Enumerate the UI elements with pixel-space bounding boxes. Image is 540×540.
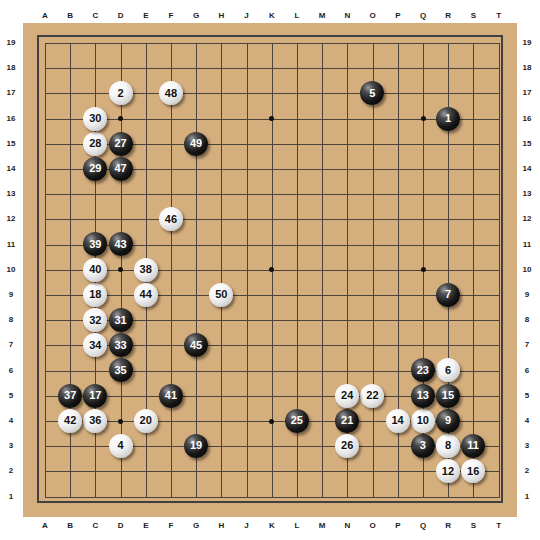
col-label-top: D — [111, 11, 131, 21]
stone-white[interactable]: 38 — [134, 258, 158, 282]
stone-black[interactable]: 15 — [436, 384, 460, 408]
row-label-right: 3 — [517, 441, 537, 451]
row-label-right: 14 — [517, 164, 537, 174]
row-label-right: 19 — [517, 38, 537, 48]
col-label-top: N — [337, 11, 357, 21]
row-label-left: 12 — [1, 214, 21, 224]
col-label-top: M — [312, 11, 332, 21]
row-label-left: 10 — [1, 265, 21, 275]
stone-white[interactable]: 20 — [134, 409, 158, 433]
stones-layer: 1234567891011121314151617181920212223242… — [32, 30, 511, 509]
stone-white[interactable]: 6 — [436, 358, 460, 382]
stone-white[interactable]: 14 — [386, 409, 410, 433]
col-label-bottom: C — [85, 521, 105, 531]
row-label-right: 11 — [517, 240, 537, 250]
col-label-top: B — [60, 11, 80, 21]
stone-white[interactable]: 4 — [109, 434, 133, 458]
stone-black[interactable]: 25 — [285, 409, 309, 433]
col-label-bottom: F — [161, 521, 181, 531]
row-label-left: 11 — [1, 240, 21, 250]
row-label-right: 17 — [517, 88, 537, 98]
col-label-bottom: Q — [413, 521, 433, 531]
stone-black[interactable]: 13 — [411, 384, 435, 408]
row-label-right: 2 — [517, 466, 537, 476]
stone-black[interactable]: 29 — [83, 157, 107, 181]
stone-black[interactable]: 35 — [109, 358, 133, 382]
col-label-top: F — [161, 11, 181, 21]
stone-black[interactable]: 41 — [159, 384, 183, 408]
stone-white[interactable]: 42 — [58, 409, 82, 433]
col-label-bottom: T — [489, 521, 509, 531]
col-label-bottom: A — [35, 521, 55, 531]
stone-black[interactable]: 43 — [109, 232, 133, 256]
row-label-right: 9 — [517, 290, 537, 300]
row-label-right: 18 — [517, 63, 537, 73]
stone-black[interactable]: 23 — [411, 358, 435, 382]
row-label-left: 9 — [1, 290, 21, 300]
stone-white[interactable]: 30 — [83, 107, 107, 131]
row-label-left: 8 — [1, 315, 21, 325]
stone-black[interactable]: 27 — [109, 132, 133, 156]
row-label-left: 18 — [1, 63, 21, 73]
stone-black[interactable]: 11 — [461, 434, 485, 458]
col-label-top: A — [35, 11, 55, 21]
col-label-bottom: L — [287, 521, 307, 531]
stone-black[interactable]: 5 — [360, 81, 384, 105]
row-label-left: 2 — [1, 466, 21, 476]
col-label-bottom: O — [363, 521, 383, 531]
stone-black[interactable]: 33 — [109, 333, 133, 357]
col-label-bottom: S — [463, 521, 483, 531]
stone-black[interactable]: 31 — [109, 308, 133, 332]
stone-white[interactable]: 28 — [83, 132, 107, 156]
row-label-right: 13 — [517, 189, 537, 199]
stone-black[interactable]: 17 — [83, 384, 107, 408]
stone-white[interactable]: 32 — [83, 308, 107, 332]
stone-white[interactable]: 36 — [83, 409, 107, 433]
stone-white[interactable]: 44 — [134, 283, 158, 307]
col-label-top: Q — [413, 11, 433, 21]
col-label-bottom: H — [211, 521, 231, 531]
stone-black[interactable]: 49 — [184, 132, 208, 156]
stone-white[interactable]: 12 — [436, 459, 460, 483]
row-label-right: 10 — [517, 265, 537, 275]
col-label-top: C — [85, 11, 105, 21]
row-label-left: 15 — [1, 139, 21, 149]
stone-black[interactable]: 1 — [436, 107, 460, 131]
row-label-right: 15 — [517, 139, 537, 149]
row-label-right: 1 — [517, 492, 537, 502]
col-label-top: O — [363, 11, 383, 21]
col-label-top: H — [211, 11, 231, 21]
row-label-right: 7 — [517, 340, 537, 350]
row-label-left: 5 — [1, 391, 21, 401]
stone-white[interactable]: 26 — [335, 434, 359, 458]
stone-white[interactable]: 8 — [436, 434, 460, 458]
col-label-top: G — [186, 11, 206, 21]
row-label-right: 5 — [517, 391, 537, 401]
col-label-bottom: P — [388, 521, 408, 531]
go-diagram: 1234567891011121314151617181920212223242… — [0, 0, 540, 540]
stone-black[interactable]: 3 — [411, 434, 435, 458]
stone-white[interactable]: 50 — [209, 283, 233, 307]
row-label-left: 16 — [1, 114, 21, 124]
row-label-left: 4 — [1, 416, 21, 426]
col-label-bottom: E — [136, 521, 156, 531]
stone-black[interactable]: 21 — [335, 409, 359, 433]
row-label-left: 17 — [1, 88, 21, 98]
stone-black[interactable]: 39 — [83, 232, 107, 256]
row-label-right: 8 — [517, 315, 537, 325]
stone-white[interactable]: 46 — [159, 207, 183, 231]
row-label-left: 14 — [1, 164, 21, 174]
stone-white[interactable]: 16 — [461, 459, 485, 483]
row-label-left: 1 — [1, 492, 21, 502]
stone-white[interactable]: 40 — [83, 258, 107, 282]
stone-black[interactable]: 7 — [436, 283, 460, 307]
row-label-left: 3 — [1, 441, 21, 451]
col-label-bottom: K — [262, 521, 282, 531]
row-label-right: 12 — [517, 214, 537, 224]
stone-black[interactable]: 19 — [184, 434, 208, 458]
col-label-top: K — [262, 11, 282, 21]
col-label-bottom: J — [237, 521, 257, 531]
col-label-top: J — [237, 11, 257, 21]
stone-white[interactable]: 10 — [411, 409, 435, 433]
col-label-bottom: B — [60, 521, 80, 531]
col-label-top: P — [388, 11, 408, 21]
stone-black[interactable]: 45 — [184, 333, 208, 357]
row-label-right: 6 — [517, 366, 537, 376]
col-label-top: L — [287, 11, 307, 21]
stone-white[interactable]: 2 — [109, 81, 133, 105]
row-label-right: 16 — [517, 114, 537, 124]
row-label-left: 19 — [1, 38, 21, 48]
stone-white[interactable]: 22 — [360, 384, 384, 408]
col-label-top: S — [463, 11, 483, 21]
col-label-bottom: G — [186, 521, 206, 531]
stone-black[interactable]: 47 — [109, 157, 133, 181]
stone-white[interactable]: 34 — [83, 333, 107, 357]
row-label-left: 6 — [1, 366, 21, 376]
col-label-top: E — [136, 11, 156, 21]
row-label-right: 4 — [517, 416, 537, 426]
col-label-bottom: D — [111, 521, 131, 531]
stone-black[interactable]: 37 — [58, 384, 82, 408]
col-label-bottom: M — [312, 521, 332, 531]
col-label-top: T — [489, 11, 509, 21]
col-label-bottom: R — [438, 521, 458, 531]
stone-white[interactable]: 18 — [83, 283, 107, 307]
stone-black[interactable]: 9 — [436, 409, 460, 433]
row-label-left: 13 — [1, 189, 21, 199]
stone-white[interactable]: 24 — [335, 384, 359, 408]
col-label-top: R — [438, 11, 458, 21]
row-label-left: 7 — [1, 340, 21, 350]
stone-white[interactable]: 48 — [159, 81, 183, 105]
col-label-bottom: N — [337, 521, 357, 531]
